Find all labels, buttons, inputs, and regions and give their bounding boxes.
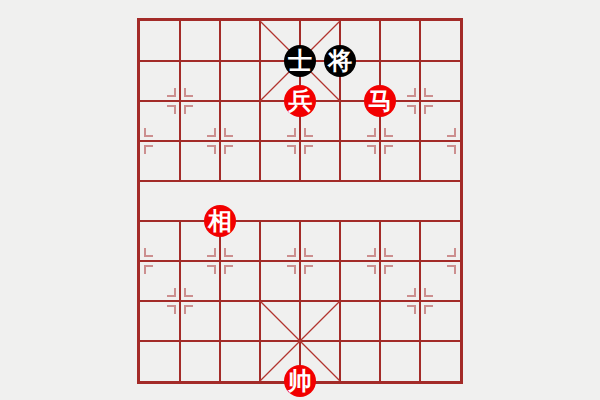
point-marker	[144, 128, 153, 137]
point-marker	[167, 88, 176, 97]
point-marker	[207, 128, 216, 137]
point-marker	[207, 145, 216, 154]
piece-black-advisor[interactable]: 士	[284, 45, 316, 77]
point-marker	[384, 128, 393, 137]
point-marker	[367, 248, 376, 257]
grid-line-vertical	[219, 21, 221, 181]
point-marker	[447, 128, 456, 137]
piece-red-elephant[interactable]: 相	[204, 205, 236, 237]
point-marker	[144, 145, 153, 154]
point-marker	[207, 265, 216, 274]
point-marker	[407, 105, 416, 114]
point-marker	[424, 305, 433, 314]
grid-line-vertical	[379, 221, 381, 381]
point-marker	[287, 145, 296, 154]
point-marker	[407, 305, 416, 314]
page-background: 士将兵马相帅	[0, 0, 600, 400]
point-marker	[447, 265, 456, 274]
point-marker	[304, 248, 313, 257]
point-marker	[384, 265, 393, 274]
point-marker	[224, 248, 233, 257]
point-marker	[224, 265, 233, 274]
piece-black-general[interactable]: 将	[324, 45, 356, 77]
point-marker	[367, 128, 376, 137]
point-marker	[167, 288, 176, 297]
point-marker	[144, 248, 153, 257]
piece-red-soldier[interactable]: 兵	[284, 85, 316, 117]
point-marker	[224, 128, 233, 137]
grid-line-vertical	[219, 221, 221, 381]
point-marker	[167, 305, 176, 314]
point-marker	[367, 265, 376, 274]
point-marker	[304, 128, 313, 137]
point-marker	[447, 145, 456, 154]
point-marker	[304, 265, 313, 274]
point-marker	[384, 248, 393, 257]
piece-red-general[interactable]: 帅	[284, 365, 316, 397]
point-marker	[424, 288, 433, 297]
grid-line-vertical	[179, 21, 181, 181]
point-marker	[407, 88, 416, 97]
point-marker	[287, 128, 296, 137]
point-marker	[287, 248, 296, 257]
point-marker	[184, 288, 193, 297]
point-marker	[367, 145, 376, 154]
point-marker	[384, 145, 393, 154]
point-marker	[184, 305, 193, 314]
point-marker	[207, 248, 216, 257]
point-marker	[184, 88, 193, 97]
grid-line-vertical	[419, 21, 421, 181]
point-marker	[407, 288, 416, 297]
piece-red-horse[interactable]: 马	[364, 85, 396, 117]
point-marker	[447, 248, 456, 257]
grid-line-vertical	[419, 221, 421, 381]
point-marker	[224, 145, 233, 154]
point-marker	[424, 88, 433, 97]
point-marker	[144, 265, 153, 274]
point-marker	[304, 145, 313, 154]
point-marker	[184, 105, 193, 114]
xiangqi-board: 士将兵马相帅	[140, 21, 460, 381]
point-marker	[287, 265, 296, 274]
point-marker	[167, 105, 176, 114]
point-marker	[424, 105, 433, 114]
grid-line-vertical	[179, 221, 181, 381]
